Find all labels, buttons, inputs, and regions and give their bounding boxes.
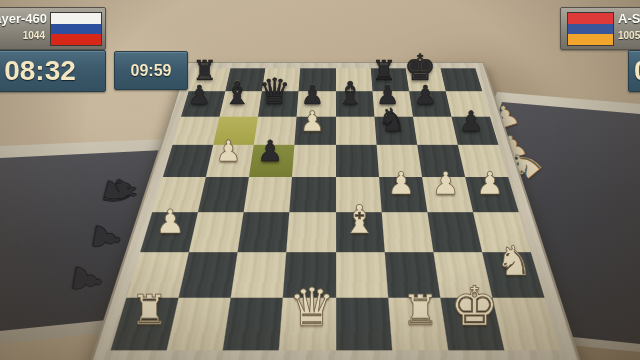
white-bishop-e3[interactable]: ♝: [342, 200, 377, 239]
white-pawn-d6[interactable]: ♟: [300, 108, 325, 136]
square-a6[interactable]: [172, 117, 219, 145]
square-e5[interactable]: [336, 145, 379, 176]
right-player-main-clock: 0: [628, 50, 640, 92]
square-b3[interactable]: [189, 212, 244, 252]
square-c2[interactable]: [231, 252, 287, 298]
square-c1[interactable]: [223, 298, 283, 351]
square-d5[interactable]: [292, 145, 335, 176]
black-pawn-g7[interactable]: ♟: [414, 83, 437, 109]
left-player-secondary-clock: 09:59: [114, 51, 188, 90]
flag-stripe: [568, 24, 613, 35]
black-pawn-h6[interactable]: ♟: [459, 108, 484, 136]
white-queen-d1[interactable]: ♛: [289, 281, 336, 333]
left-player-main-clock: 08:32: [0, 50, 106, 92]
black-bishop-e7[interactable]: ♝: [336, 79, 364, 110]
white-pawn-h4[interactable]: ♟: [476, 169, 504, 200]
square-e2[interactable]: [336, 252, 388, 298]
white-pawn-b5[interactable]: ♟: [215, 137, 241, 166]
square-e1[interactable]: [336, 298, 392, 351]
square-d4[interactable]: [290, 177, 336, 212]
left-player-name: Player-460: [0, 11, 47, 26]
square-e6[interactable]: [336, 117, 377, 145]
right-player-plate: A-S 1005: [560, 7, 640, 50]
left-player-rating: 1044: [23, 30, 45, 41]
square-a5[interactable]: [163, 145, 213, 176]
left-secondary-clock-time: 09:59: [131, 62, 172, 80]
russia-flag: [50, 12, 102, 46]
flag-stripe: [51, 24, 101, 35]
captured-black-pawn: ♟: [66, 260, 108, 299]
flag-stripe: [568, 34, 613, 45]
white-rook-a1[interactable]: ♜: [131, 290, 168, 331]
left-main-clock-time: 08:32: [4, 55, 76, 87]
flag-stripe: [51, 13, 101, 24]
black-bishop-b7[interactable]: ♝: [223, 79, 251, 110]
square-g6[interactable]: [413, 117, 458, 145]
right-player-name: A-S: [618, 11, 640, 26]
square-d3[interactable]: [287, 212, 336, 252]
black-pawn-c5[interactable]: ♟: [257, 137, 283, 166]
white-knight-h2[interactable]: ♞: [496, 241, 533, 282]
square-b4[interactable]: [198, 177, 249, 212]
white-pawn-a3[interactable]: ♟: [156, 205, 186, 238]
square-b2[interactable]: [179, 252, 238, 298]
square-h8[interactable]: [440, 68, 482, 91]
white-pawn-f4[interactable]: ♟: [387, 169, 415, 200]
square-c4[interactable]: [244, 177, 292, 212]
square-b1[interactable]: [167, 298, 231, 351]
black-queen-c7[interactable]: ♛: [259, 75, 291, 111]
black-knight-f6[interactable]: ♞: [377, 105, 406, 137]
white-pawn-g4[interactable]: ♟: [432, 169, 460, 200]
white-rook-f1[interactable]: ♜: [402, 290, 439, 331]
flag-stripe: [51, 34, 101, 45]
square-c3[interactable]: [238, 212, 290, 252]
right-player-rating: 1005: [618, 30, 640, 41]
square-f3[interactable]: [381, 212, 433, 252]
game-scene: ♞♟♟♟♟♞ ♜♜♚♟♝♛♟♝♟♟♟♞♟♟♟♟♟♟♟♝♞♜♛♜♚ Player-…: [0, 0, 640, 360]
left-player-plate: Player-460 1044: [0, 7, 106, 50]
black-pawn-a7[interactable]: ♟: [188, 83, 211, 109]
captured-black-pawn: ♟: [86, 220, 126, 257]
armenia-flag: [567, 12, 614, 46]
flag-stripe: [568, 13, 613, 24]
white-king-g1[interactable]: ♚: [450, 279, 498, 333]
right-main-clock-time: 0: [634, 55, 640, 87]
captured-black-knight: ♞: [95, 168, 145, 215]
